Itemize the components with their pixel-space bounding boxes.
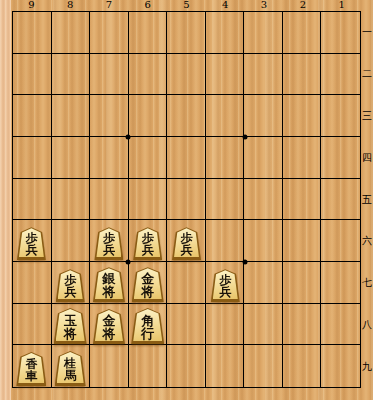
piece-kanji: 歩兵 — [96, 228, 121, 257]
cell-4-5[interactable] — [206, 179, 245, 221]
file-label-1: 1 — [338, 0, 344, 11]
cell-1-7[interactable] — [321, 262, 360, 304]
cell-2-5[interactable] — [283, 179, 322, 221]
piece-face: 金将 — [134, 268, 162, 299]
cell-1-4[interactable] — [321, 137, 360, 179]
cell-5-1[interactable] — [167, 12, 206, 54]
piece-face: 歩兵 — [58, 270, 83, 299]
rank-label-5: 五 — [361, 193, 373, 207]
cell-1-9[interactable] — [321, 345, 360, 387]
cell-6-1[interactable] — [129, 12, 168, 54]
cell-8-4[interactable] — [52, 137, 91, 179]
cell-8-6[interactable] — [52, 220, 91, 262]
piece-kanji: 歩兵 — [58, 270, 83, 299]
cell-2-4[interactable] — [283, 137, 322, 179]
shogi-piece-knight[interactable]: 桂馬 — [55, 351, 86, 386]
hoshi-point — [126, 260, 131, 265]
shogi-board: 987654321 一二三四五六七八九 歩兵歩兵歩兵歩兵歩兵銀将金将歩兵玉将金将… — [0, 0, 373, 400]
piece-kanji: 銀将 — [95, 268, 123, 299]
shogi-piece-king[interactable]: 玉将 — [54, 308, 87, 344]
piece-face: 歩兵 — [135, 228, 160, 257]
cell-1-5[interactable] — [321, 179, 360, 221]
cell-8-2[interactable] — [52, 54, 91, 96]
cell-5-9[interactable] — [167, 345, 206, 387]
cell-4-2[interactable] — [206, 54, 245, 96]
piece-kanji: 角行 — [133, 309, 162, 341]
shogi-piece-pawn[interactable]: 歩兵 — [133, 227, 162, 260]
cell-9-7[interactable] — [13, 262, 52, 304]
piece-kanji: 金将 — [134, 268, 162, 299]
cell-9-3[interactable] — [13, 95, 52, 137]
piece-face: 銀将 — [95, 268, 123, 299]
cell-9-4[interactable] — [13, 137, 52, 179]
cell-1-3[interactable] — [321, 95, 360, 137]
cell-4-6[interactable] — [206, 220, 245, 262]
cell-5-7[interactable] — [167, 262, 206, 304]
cell-4-1[interactable] — [206, 12, 245, 54]
cell-2-8[interactable] — [283, 304, 322, 346]
rank-label-9: 九 — [361, 360, 373, 374]
cell-8-5[interactable] — [52, 179, 91, 221]
piece-face: 角行 — [133, 309, 162, 341]
piece-kanji: 歩兵 — [213, 270, 238, 299]
cell-5-4[interactable] — [167, 137, 206, 179]
rank-label-3: 三 — [361, 109, 373, 123]
piece-face: 歩兵 — [96, 228, 121, 257]
cell-2-9[interactable] — [283, 345, 322, 387]
cell-8-3[interactable] — [52, 95, 91, 137]
hoshi-point — [126, 134, 131, 139]
cell-6-3[interactable] — [129, 95, 168, 137]
piece-face: 歩兵 — [174, 228, 199, 257]
rank-label-8: 八 — [361, 318, 373, 332]
hoshi-point — [242, 134, 247, 139]
cell-7-1[interactable] — [90, 12, 129, 54]
shogi-piece-lance[interactable]: 香車 — [16, 352, 46, 386]
piece-kanji: 香車 — [18, 353, 44, 383]
shogi-piece-bishop[interactable]: 角行 — [131, 308, 164, 344]
shogi-piece-pawn[interactable]: 歩兵 — [94, 227, 123, 260]
cell-6-4[interactable] — [129, 137, 168, 179]
file-label-3: 3 — [261, 0, 267, 11]
cell-5-5[interactable] — [167, 179, 206, 221]
cell-3-5[interactable] — [244, 179, 283, 221]
cell-4-8[interactable] — [206, 304, 245, 346]
piece-face: 桂馬 — [57, 352, 84, 383]
cell-3-6[interactable] — [244, 220, 283, 262]
piece-kanji: 歩兵 — [174, 228, 199, 257]
piece-kanji: 玉将 — [56, 309, 85, 341]
cell-2-6[interactable] — [283, 220, 322, 262]
shogi-piece-gold[interactable]: 金将 — [132, 267, 164, 302]
piece-kanji: 歩兵 — [19, 228, 44, 257]
cell-7-2[interactable] — [90, 54, 129, 96]
cell-2-2[interactable] — [283, 54, 322, 96]
file-label-9: 9 — [28, 0, 34, 11]
cell-6-9[interactable] — [129, 345, 168, 387]
piece-face: 玉将 — [56, 309, 85, 341]
shogi-piece-gold[interactable]: 金将 — [93, 309, 125, 344]
cell-3-1[interactable] — [244, 12, 283, 54]
piece-face: 金将 — [95, 310, 123, 341]
cell-3-8[interactable] — [244, 304, 283, 346]
cell-2-3[interactable] — [283, 95, 322, 137]
cell-2-1[interactable] — [283, 12, 322, 54]
cell-4-4[interactable] — [206, 137, 245, 179]
cell-7-5[interactable] — [90, 179, 129, 221]
file-label-2: 2 — [300, 0, 306, 11]
cell-3-4[interactable] — [244, 137, 283, 179]
file-label-6: 6 — [145, 0, 151, 11]
cell-2-7[interactable] — [283, 262, 322, 304]
piece-kanji: 歩兵 — [135, 228, 160, 257]
cell-4-3[interactable] — [206, 95, 245, 137]
cell-8-1[interactable] — [52, 12, 91, 54]
shogi-piece-pawn[interactable]: 歩兵 — [172, 227, 201, 260]
rank-label-2: 二 — [361, 67, 373, 81]
cell-1-2[interactable] — [321, 54, 360, 96]
piece-face: 歩兵 — [19, 228, 44, 257]
rank-label-1: 一 — [361, 25, 373, 39]
rank-label-7: 七 — [361, 276, 373, 290]
piece-kanji: 金将 — [95, 310, 123, 341]
piece-face: 香車 — [18, 353, 44, 383]
cell-3-2[interactable] — [244, 54, 283, 96]
cell-5-8[interactable] — [167, 304, 206, 346]
board-edge-strip — [0, 0, 11, 400]
cell-3-7[interactable] — [244, 262, 283, 304]
piece-face: 歩兵 — [213, 270, 238, 299]
piece-kanji: 桂馬 — [57, 352, 84, 383]
cell-9-1[interactable] — [13, 12, 52, 54]
cell-3-9[interactable] — [244, 345, 283, 387]
cell-1-1[interactable] — [321, 12, 360, 54]
shogi-piece-silver[interactable]: 銀将 — [93, 267, 125, 302]
file-label-7: 7 — [106, 0, 112, 11]
shogi-piece-pawn[interactable]: 歩兵 — [17, 227, 46, 260]
hoshi-point — [242, 260, 247, 265]
cell-3-3[interactable] — [244, 95, 283, 137]
shogi-piece-pawn[interactable]: 歩兵 — [56, 269, 85, 302]
cell-7-3[interactable] — [90, 95, 129, 137]
cell-7-9[interactable] — [90, 345, 129, 387]
shogi-piece-pawn[interactable]: 歩兵 — [211, 269, 240, 302]
rank-label-6: 六 — [361, 234, 373, 248]
file-label-8: 8 — [67, 0, 73, 11]
cell-6-5[interactable] — [129, 179, 168, 221]
cell-4-9[interactable] — [206, 345, 245, 387]
cell-9-2[interactable] — [13, 54, 52, 96]
cell-9-5[interactable] — [13, 179, 52, 221]
cell-1-6[interactable] — [321, 220, 360, 262]
cell-7-4[interactable] — [90, 137, 129, 179]
cell-1-8[interactable] — [321, 304, 360, 346]
cell-6-2[interactable] — [129, 54, 168, 96]
file-label-5: 5 — [183, 0, 189, 11]
rank-label-4: 四 — [361, 151, 373, 165]
file-label-4: 4 — [222, 0, 228, 11]
cell-5-3[interactable] — [167, 95, 206, 137]
cell-9-8[interactable] — [13, 304, 52, 346]
cell-5-2[interactable] — [167, 54, 206, 96]
